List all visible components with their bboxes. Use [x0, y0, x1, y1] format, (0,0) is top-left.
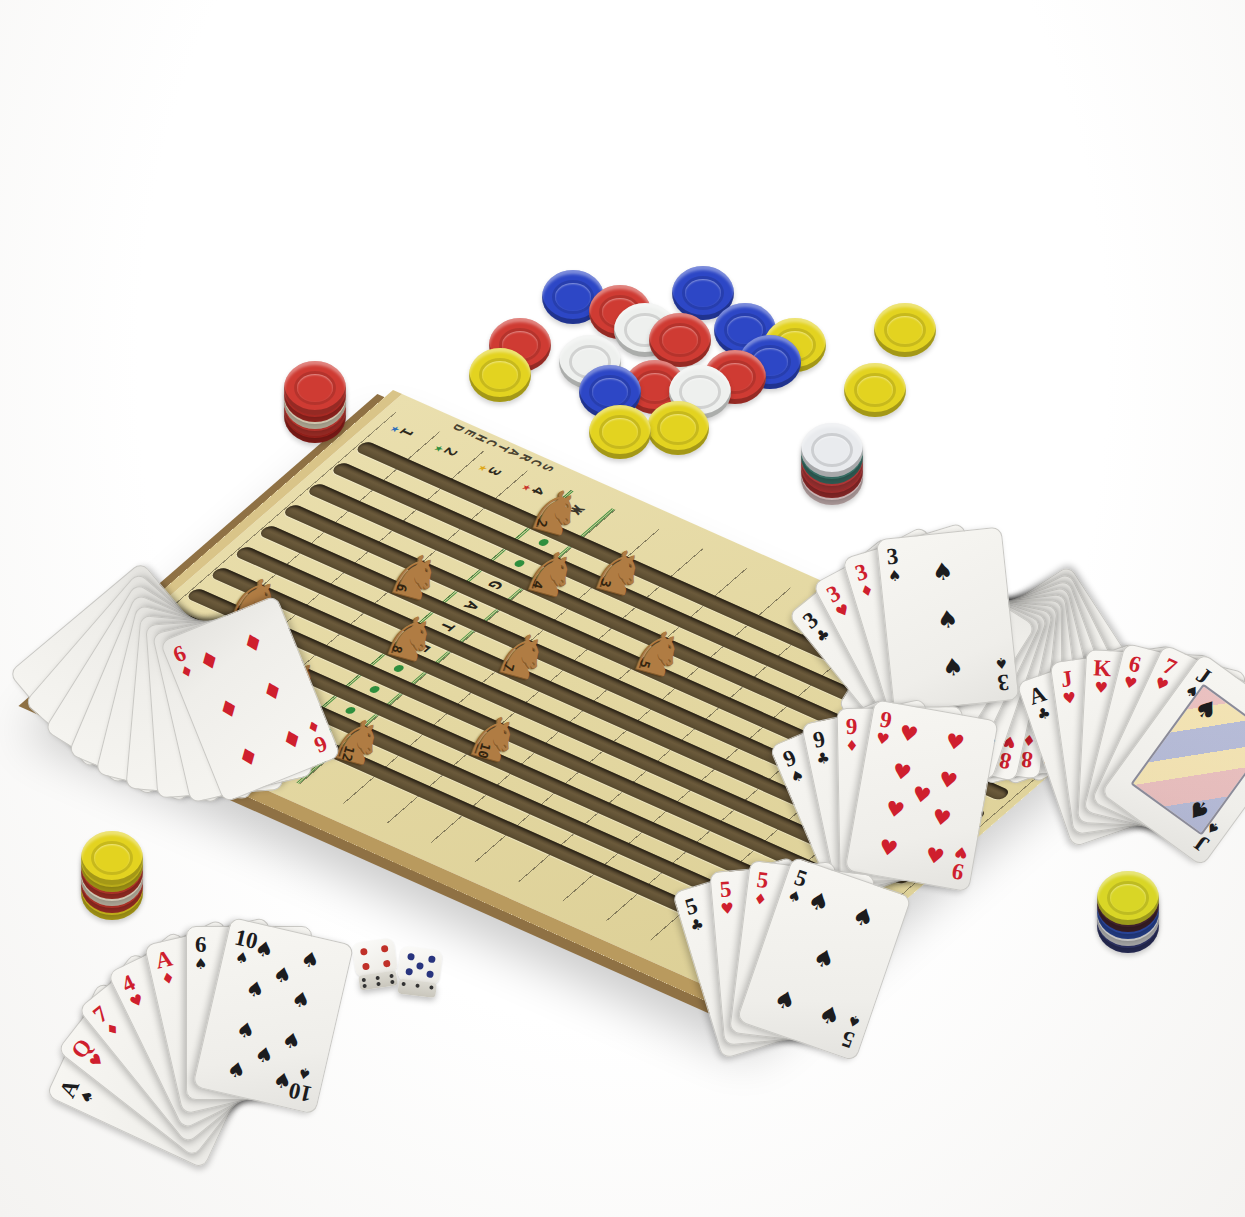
card-index: 5♣ — [681, 893, 705, 934]
suit-pip: ♥ — [924, 845, 946, 869]
card-index: 6♦ — [169, 640, 196, 681]
suit-pip: ♥ — [884, 798, 906, 822]
suit-pip: ♠ — [810, 944, 838, 974]
card-index: A♦ — [153, 946, 178, 988]
suit-pip: ♦ — [214, 693, 243, 723]
suit-pip: ♠ — [253, 938, 276, 963]
card-index: 3♠ — [993, 655, 1010, 695]
card-index: 9♠ — [779, 745, 807, 786]
suit-pip: ♠ — [299, 948, 322, 973]
suit-pip: ♠ — [243, 978, 266, 1003]
table-scene: ★1★2★3★4★1★2★3★4ЖGATEDEHCTARCSDEHCTARCS♞… — [0, 0, 1245, 1217]
chip[interactable] — [801, 423, 863, 477]
suit-pip: ♦ — [233, 741, 262, 771]
suit-pip: ♠ — [936, 607, 960, 633]
suit-pip: ♠ — [805, 888, 833, 918]
suit-pip: ♦ — [195, 645, 224, 675]
chip[interactable] — [647, 401, 709, 455]
suit-pip: ♠ — [271, 963, 294, 988]
suit-pip: ♥ — [931, 806, 953, 830]
card-index: 6♠ — [194, 933, 207, 972]
chip[interactable] — [469, 348, 531, 402]
card-index: 3♦ — [851, 559, 875, 600]
card-index: 9♥ — [949, 843, 969, 884]
suit-pip: ♦ — [238, 627, 267, 657]
card-index: 5♥ — [718, 877, 735, 917]
suit-pip: ♥ — [911, 784, 933, 808]
card-index: 9♦ — [845, 715, 859, 754]
suit-pip: ♠ — [816, 1000, 844, 1030]
card-index: 4♥ — [117, 970, 146, 1011]
suit-pip: ♦ — [277, 723, 306, 753]
card-3♠[interactable]: 3♠3♠♠♠♠ — [876, 526, 1019, 712]
chip[interactable] — [81, 831, 143, 885]
card-index: 3♠ — [885, 544, 902, 584]
suit-pip: ♥ — [898, 722, 920, 746]
card-index: A♠ — [55, 1076, 97, 1108]
chip[interactable] — [589, 405, 651, 459]
card-index: K♥ — [1092, 656, 1112, 696]
chip[interactable] — [649, 313, 711, 367]
chip[interactable] — [874, 303, 936, 357]
card-index: A♣ — [1026, 682, 1054, 724]
suit-pip: ♠ — [289, 989, 312, 1014]
card-index: 6♥ — [1122, 651, 1144, 692]
suit-pip: ♠ — [225, 1058, 248, 1083]
suit-pip: ♥ — [877, 837, 899, 861]
suit-pip: ♠ — [849, 903, 877, 933]
suit-pip: ♦ — [258, 675, 287, 705]
chip[interactable] — [1097, 871, 1159, 925]
card-index: 5♦ — [753, 868, 771, 908]
suit-pip: ♥ — [937, 769, 959, 793]
suit-pip: ♥ — [891, 761, 913, 785]
suit-pip: ♠ — [931, 559, 955, 585]
suit-pip: ♠ — [771, 985, 799, 1015]
chip[interactable] — [844, 363, 906, 417]
chip[interactable] — [284, 361, 346, 415]
suit-pip: ♠ — [280, 1029, 303, 1054]
card-index: 5♠ — [837, 1011, 862, 1052]
suit-pip: ♥ — [944, 730, 966, 754]
suit-pip: ♠ — [252, 1044, 275, 1069]
suit-pip: ♠ — [234, 1018, 257, 1043]
card-index: 9♥ — [875, 707, 895, 748]
suit-pip: ♠ — [941, 654, 965, 680]
red-pip-die[interactable] — [352, 937, 403, 995]
blue-pip-die[interactable] — [395, 946, 445, 1003]
card-index: J♥ — [1058, 667, 1077, 707]
card-index: 6♦ — [304, 716, 331, 757]
card-index: 9♣ — [810, 727, 831, 768]
